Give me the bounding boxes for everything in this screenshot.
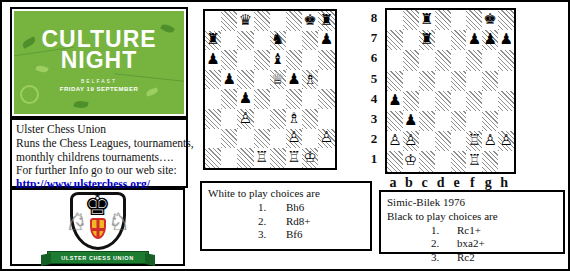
square-b1: ♚♔ — [403, 151, 419, 171]
rank-label-7: 7 — [366, 28, 382, 48]
ulster-chess-union-crest: ♘ ♘ ♚ ULSTER CHESS UNION — [43, 192, 153, 266]
square-g3 — [302, 109, 318, 129]
square-c8: ♛ — [237, 11, 253, 31]
choice-number: 1. — [258, 201, 286, 215]
square-e2 — [270, 129, 286, 149]
square-b1 — [221, 148, 237, 168]
square-g5 — [482, 71, 498, 91]
black-piece-p-h7: ♟ — [318, 31, 334, 51]
square-c2 — [237, 129, 253, 149]
rank-label-5: 5 — [366, 69, 382, 89]
square-a5 — [387, 71, 403, 91]
white-piece-r-f2: ♜♖ — [466, 131, 482, 151]
culture-night-poster: CULTURE NIGHT BELFAST FRIDAY 19 SEPTEMBE… — [14, 11, 184, 114]
info-text-line: For further Info go to our web site: — [16, 164, 182, 178]
choice-number: 2. — [431, 237, 457, 251]
square-f2: ♟♙ — [286, 129, 302, 149]
square-g8: ♚ — [482, 10, 498, 30]
square-c2 — [419, 131, 435, 151]
square-d2 — [435, 131, 451, 151]
square-e7: ♞ — [270, 31, 286, 51]
square-h5 — [318, 70, 334, 90]
square-g5: ♝♗ — [302, 70, 318, 90]
choice-move: Bh6 — [286, 201, 304, 213]
square-d5 — [254, 70, 270, 90]
square-b2 — [221, 129, 237, 149]
square-g6 — [482, 50, 498, 70]
white-piece-r-f1: ♜♖ — [466, 151, 482, 171]
black-piece-p-f7: ♟ — [466, 30, 482, 50]
white-piece-r-f1: ♜♖ — [286, 148, 302, 168]
chessboard-right: ♜♚♜♟♟♟♟♟♟♙♟♙♜♖♟♙♟♙♚♔♜♖ — [385, 8, 516, 174]
square-d3 — [435, 111, 451, 131]
square-c7: ♜ — [419, 30, 435, 50]
black-piece-k-g8: ♚ — [482, 10, 498, 30]
square-e4 — [270, 89, 286, 109]
black-piece-b-e6: ♝ — [270, 50, 286, 70]
square-a6: ♟ — [205, 50, 221, 70]
white-piece-p-c3: ♟♙ — [237, 109, 253, 129]
rank-labels: 87654321 — [366, 8, 382, 170]
square-b3 — [221, 109, 237, 129]
square-g6 — [302, 50, 318, 70]
square-f6 — [466, 50, 482, 70]
square-a2 — [205, 129, 221, 149]
square-h8: ♜ — [318, 11, 334, 31]
square-c1 — [237, 148, 253, 168]
square-c6 — [419, 50, 435, 70]
info-text-line: monthly childrens tournaments…. — [16, 151, 182, 165]
square-d2 — [254, 129, 270, 149]
square-g3 — [482, 111, 498, 131]
black-piece-q-c8: ♛ — [237, 11, 253, 31]
square-h1 — [498, 151, 514, 171]
square-d6 — [254, 50, 270, 70]
black-piece-r-a7: ♜ — [205, 31, 221, 51]
square-b3: ♟ — [403, 111, 419, 131]
square-f8 — [466, 10, 482, 30]
square-g7: ♟ — [482, 30, 498, 50]
square-g2: ♟♙ — [482, 131, 498, 151]
square-a7: ♜ — [205, 31, 221, 51]
black-piece-r-h8: ♜ — [318, 11, 334, 31]
poster-subtitle: BELFAST — [14, 78, 184, 84]
chessboard-left: ♛♚♜♜♞♟♟♝♟♛♕♟♝♗♟♟♙♝♗♟♙♟♙♜♖♜♖♚♔ — [203, 9, 337, 170]
square-g2 — [302, 129, 318, 149]
leaf-decoration — [73, 100, 88, 109]
square-a4: ♟ — [387, 91, 403, 111]
square-c3: ♟♙ — [237, 109, 253, 129]
square-e2 — [451, 131, 467, 151]
white-piece-b-f3: ♝♗ — [286, 109, 302, 129]
square-e8 — [451, 10, 467, 30]
square-e1 — [270, 148, 286, 168]
square-d4 — [435, 91, 451, 111]
square-b6 — [403, 50, 419, 70]
white-piece-r-d1: ♜♖ — [254, 148, 270, 168]
square-f1: ♜♖ — [466, 151, 482, 171]
square-g1 — [482, 151, 498, 171]
square-d5 — [435, 71, 451, 91]
choice-number: 3. — [258, 228, 286, 242]
square-a1 — [205, 148, 221, 168]
square-h4 — [498, 91, 514, 111]
square-h3 — [318, 109, 334, 129]
square-a3 — [205, 109, 221, 129]
square-c1 — [419, 151, 435, 171]
rank-label-6: 6 — [366, 48, 382, 68]
choice-row: 2.Rd8+ — [208, 215, 364, 229]
square-d3 — [254, 109, 270, 129]
square-b7 — [221, 31, 237, 51]
choice-move: bxa2+ — [457, 237, 485, 249]
square-f7 — [286, 31, 302, 51]
square-e5: ♛♕ — [270, 70, 286, 90]
white-piece-q-e5: ♛♕ — [270, 70, 286, 90]
white-piece-p-a2: ♟♙ — [387, 131, 403, 151]
white-piece-p-h2: ♟♙ — [318, 129, 334, 149]
black-piece-n-e7: ♞ — [270, 31, 286, 51]
square-b6 — [221, 50, 237, 70]
white-piece-k-g1: ♚♔ — [302, 148, 318, 168]
square-e6 — [451, 50, 467, 70]
info-cell: Ulster Chess Union Runs the Chess League… — [10, 118, 188, 188]
square-e7 — [451, 30, 467, 50]
white-choices-prompt: White to play choices are — [208, 187, 364, 201]
black-piece-p-c4: ♟ — [237, 89, 253, 109]
black-choices-prompt: Black to play choices are — [387, 210, 557, 224]
square-c7 — [237, 31, 253, 51]
square-d8 — [435, 10, 451, 30]
crest-cell: ♘ ♘ ♚ ULSTER CHESS UNION — [10, 188, 185, 266]
square-g1: ♚♔ — [302, 148, 318, 168]
info-text-line: Runs the Chess Leagues, tournaments, — [16, 137, 182, 151]
square-a8 — [205, 11, 221, 31]
square-c6 — [237, 50, 253, 70]
square-f1: ♜♖ — [286, 148, 302, 168]
white-choices-box: White to play choices are 1.Bh6 2.Rd8+ 3… — [200, 181, 372, 251]
square-b4 — [221, 89, 237, 109]
square-a7 — [387, 30, 403, 50]
square-a3 — [387, 111, 403, 131]
square-f3 — [466, 111, 482, 131]
square-c5 — [237, 70, 253, 90]
rank-label-3: 3 — [366, 109, 382, 129]
rank-label-2: 2 — [366, 129, 382, 149]
square-g7 — [302, 31, 318, 51]
square-f7: ♟ — [466, 30, 482, 50]
square-a4 — [205, 89, 221, 109]
square-b5 — [403, 71, 419, 91]
black-piece-k-g8: ♚ — [302, 11, 318, 31]
square-c3 — [419, 111, 435, 131]
black-piece-p-h7: ♟ — [498, 30, 514, 50]
square-f4 — [466, 91, 482, 111]
square-b4 — [403, 91, 419, 111]
black-piece-p-b5: ♟ — [221, 70, 237, 90]
square-g4 — [302, 89, 318, 109]
choice-move: Rc1+ — [457, 224, 481, 236]
square-f5 — [466, 71, 482, 91]
king-icon: ♚ — [84, 190, 111, 220]
square-f3: ♝♗ — [286, 109, 302, 129]
crest-ribbon-text: ULSTER CHESS UNION — [61, 255, 134, 261]
choice-row: 3.Rc2 — [387, 251, 557, 265]
black-piece-p-a6: ♟ — [205, 50, 221, 70]
square-a5 — [205, 70, 221, 90]
square-b8 — [221, 11, 237, 31]
black-piece-p-b3: ♟ — [403, 111, 419, 131]
square-d1 — [435, 151, 451, 171]
square-e3 — [270, 109, 286, 129]
poster-cell: CULTURE NIGHT BELFAST FRIDAY 19 SEPTEMBE… — [10, 7, 188, 118]
square-f4 — [286, 89, 302, 109]
poster-date: FRIDAY 19 SEPTEMBER — [14, 86, 184, 92]
black-piece-r-c7: ♜ — [419, 30, 435, 50]
rank-label-1: 1 — [366, 149, 382, 169]
square-e3 — [451, 111, 467, 131]
choice-row: 2.bxa2+ — [387, 237, 557, 251]
square-d7 — [435, 30, 451, 50]
square-f6 — [286, 50, 302, 70]
square-a8 — [387, 10, 403, 30]
white-piece-k-b1: ♚♔ — [403, 151, 419, 171]
crest-ribbon: ULSTER CHESS UNION — [47, 251, 149, 264]
choice-move: Rd8+ — [286, 215, 311, 227]
square-h8 — [498, 10, 514, 30]
square-c4 — [419, 91, 435, 111]
square-a2: ♟♙ — [387, 131, 403, 151]
square-a6 — [387, 50, 403, 70]
black-piece-p-a4: ♟ — [387, 91, 403, 111]
choice-number: 3. — [431, 251, 457, 265]
square-h3 — [498, 111, 514, 131]
square-d1: ♜♖ — [254, 148, 270, 168]
square-e4 — [451, 91, 467, 111]
black-piece-p-f5: ♟ — [286, 70, 302, 90]
square-h7: ♟ — [318, 31, 334, 51]
choice-move: Rc2 — [457, 251, 475, 263]
square-a1 — [387, 151, 403, 171]
white-piece-p-f2: ♟♙ — [286, 129, 302, 149]
square-e6: ♝ — [270, 50, 286, 70]
choice-row: 1.Rc1+ — [387, 224, 557, 238]
square-f2: ♜♖ — [466, 131, 482, 151]
black-piece-r-c8: ♜ — [419, 10, 435, 30]
square-h4 — [318, 89, 334, 109]
choice-row: 3.Bf6 — [208, 228, 364, 242]
square-h6 — [498, 50, 514, 70]
rank-label-8: 8 — [366, 8, 382, 28]
square-f8 — [286, 11, 302, 31]
info-title: Ulster Chess Union — [16, 123, 182, 137]
square-e5 — [451, 71, 467, 91]
square-c8: ♜ — [419, 10, 435, 30]
square-c4: ♟ — [237, 89, 253, 109]
square-h1 — [318, 148, 334, 168]
square-b2: ♟♙ — [403, 131, 419, 151]
white-piece-p-h2: ♟♙ — [498, 131, 514, 151]
knight-icon: ♘ — [108, 210, 130, 234]
square-c5 — [419, 71, 435, 91]
square-f5: ♟ — [286, 70, 302, 90]
choice-row: 1.Bh6 — [208, 201, 364, 215]
rank-label-4: 4 — [366, 89, 382, 109]
poster-title-line2: NIGHT — [14, 50, 184, 71]
choice-number: 2. — [258, 215, 286, 229]
square-h2: ♟♙ — [318, 129, 334, 149]
square-b5: ♟ — [221, 70, 237, 90]
square-e8 — [270, 11, 286, 31]
square-g8: ♚ — [302, 11, 318, 31]
choice-move: Bf6 — [286, 228, 303, 240]
square-e1 — [451, 151, 467, 171]
square-d8 — [254, 11, 270, 31]
square-h7: ♟ — [498, 30, 514, 50]
square-b7 — [403, 30, 419, 50]
square-h6 — [318, 50, 334, 70]
white-piece-p-g2: ♟♙ — [482, 131, 498, 151]
square-d7 — [254, 31, 270, 51]
black-piece-p-g7: ♟ — [482, 30, 498, 50]
choice-number: 1. — [431, 224, 457, 238]
white-piece-b-g5: ♝♗ — [302, 70, 318, 90]
white-piece-p-b2: ♟♙ — [403, 131, 419, 151]
game-title: Simic-Bilek 1976 — [387, 196, 557, 210]
square-d6 — [435, 50, 451, 70]
square-h2: ♟♙ — [498, 131, 514, 151]
chess-puzzle-sheet: CULTURE NIGHT BELFAST FRIDAY 19 SEPTEMBE… — [0, 0, 570, 271]
square-b8 — [403, 10, 419, 30]
square-g4 — [482, 91, 498, 111]
black-choices-box: Simic-Bilek 1976 Black to play choices a… — [379, 190, 565, 254]
square-d4 — [254, 89, 270, 109]
square-h5 — [498, 71, 514, 91]
